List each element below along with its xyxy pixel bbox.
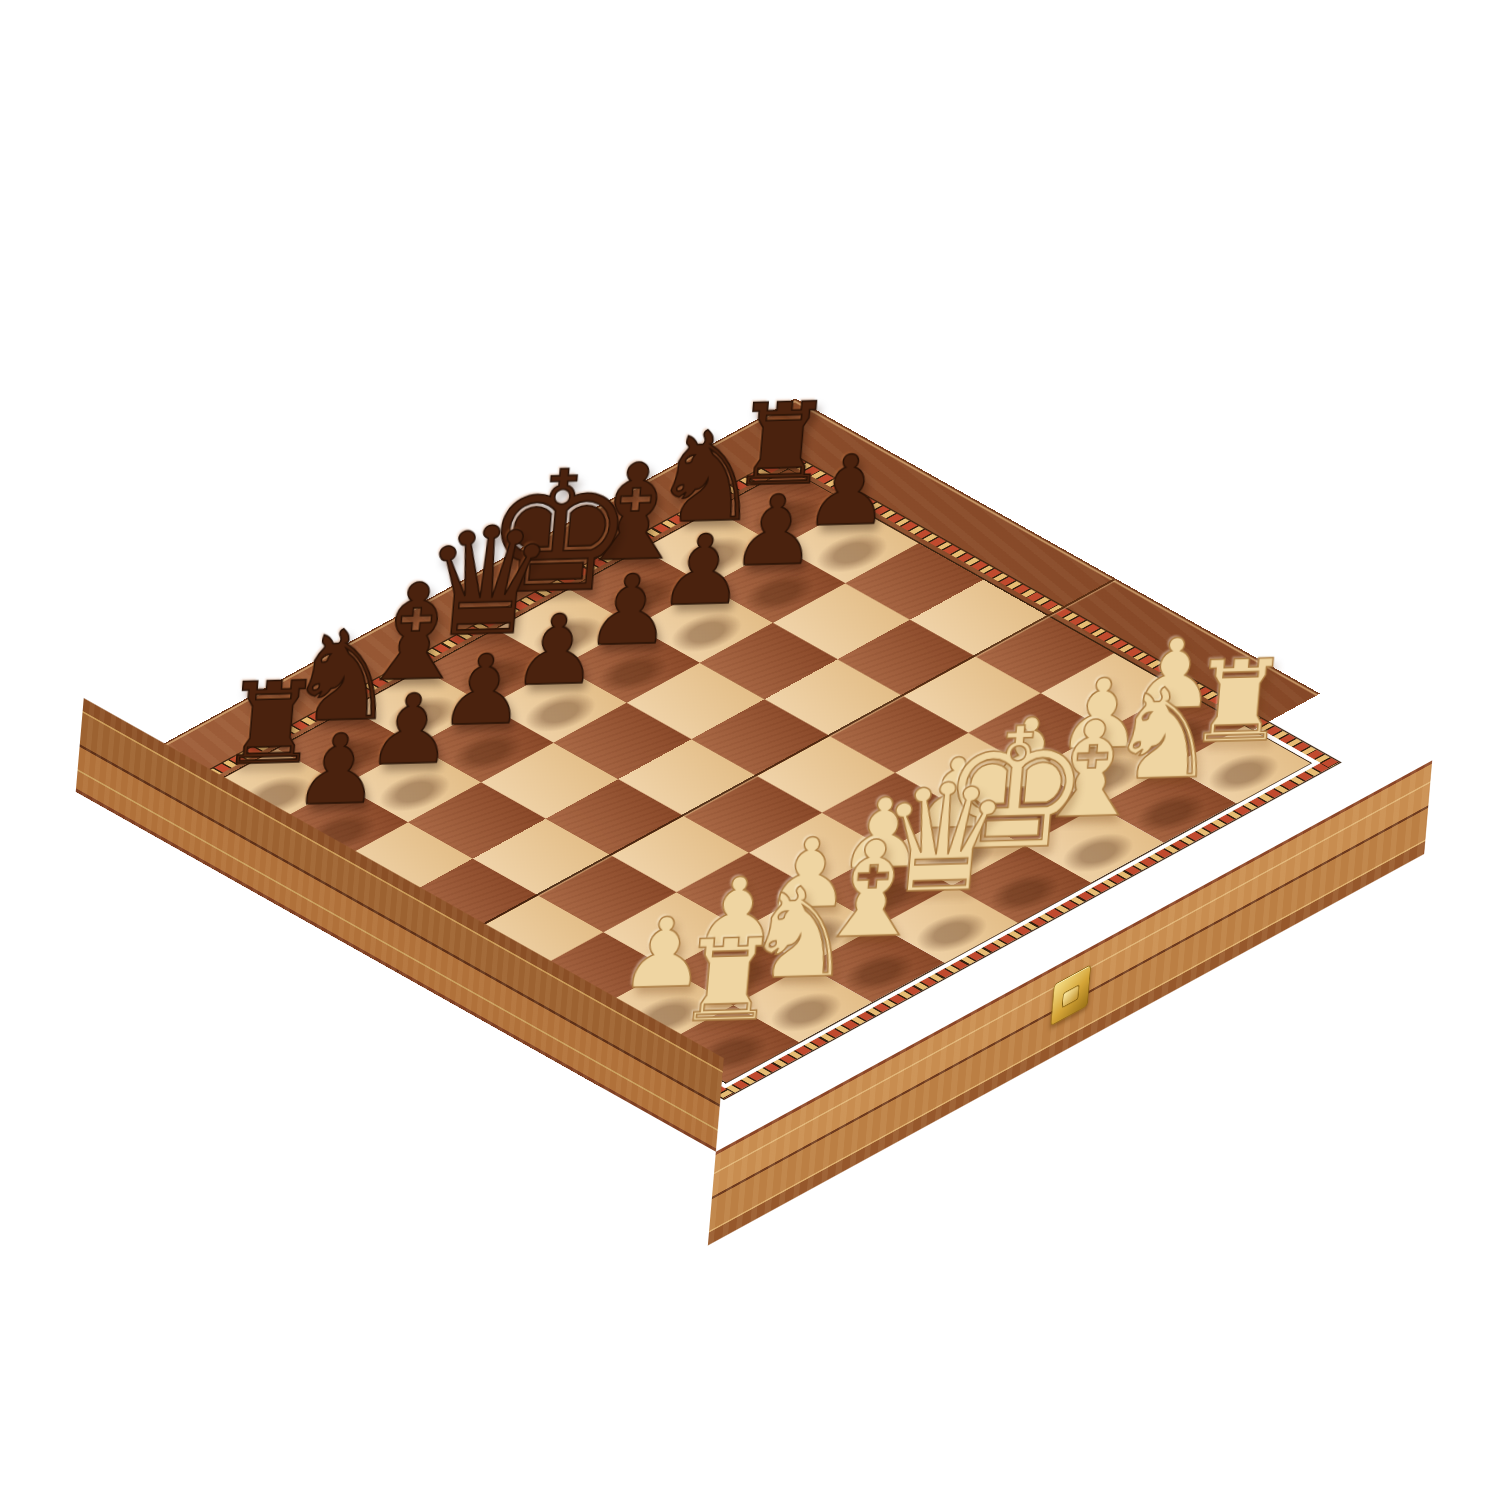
folding-chess-box: ♜♞♝♛♚♝♞♜♟♟♟♟♟♟♟♟♟♟♟♟♟♟♟♟♜♞♝♛♚♝♞♜ — [76, 400, 1433, 1152]
piece-white-rook[interactable]: ♜ — [673, 932, 782, 1030]
brass-latch[interactable] — [1050, 965, 1091, 1027]
piece-black-pawn[interactable]: ♟ — [291, 728, 384, 812]
product-photo-scene: ♜♞♝♛♚♝♞♜♟♟♟♟♟♟♟♟♟♟♟♟♟♟♟♟♜♞♝♛♚♝♞♜ — [0, 0, 1500, 1500]
board-top-surface: ♜♞♝♛♚♝♞♜♟♟♟♟♟♟♟♟♟♟♟♟♟♟♟♟♜♞♝♛♚♝♞♜ — [76, 399, 1438, 1154]
latch-knob-icon — [1062, 985, 1080, 1009]
piece-shadow — [803, 526, 901, 580]
